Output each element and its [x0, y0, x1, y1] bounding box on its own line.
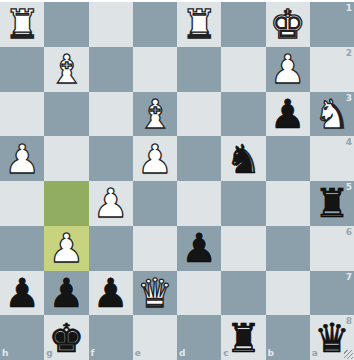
rank-label-8: 8 — [346, 317, 352, 326]
square-b5[interactable] — [266, 181, 310, 226]
square-a2[interactable]: 2 — [310, 47, 354, 92]
square-b7[interactable] — [266, 271, 310, 316]
square-d7[interactable] — [177, 271, 221, 316]
file-label-c: c — [223, 349, 228, 358]
rank-label-1: 1 — [346, 4, 352, 13]
rank-label-3: 3 — [346, 94, 352, 103]
rank-label-2: 2 — [346, 49, 352, 58]
file-label-a: a — [312, 349, 318, 358]
square-c4[interactable]: ♞ — [221, 136, 265, 181]
square-g5[interactable] — [44, 181, 88, 226]
white-queen-piece[interactable]: ♛ — [137, 273, 173, 313]
square-g2[interactable]: ♝ — [44, 47, 88, 92]
white-pawn-piece[interactable]: ♟ — [137, 139, 173, 179]
square-b4[interactable] — [266, 136, 310, 181]
white-bishop-piece[interactable]: ♝ — [48, 49, 84, 89]
square-e3[interactable]: ♝ — [133, 92, 177, 137]
file-label-b: b — [268, 349, 274, 358]
white-pawn-piece[interactable]: ♟ — [48, 228, 84, 268]
square-h5[interactable] — [0, 181, 44, 226]
square-g6[interactable]: ♟ — [44, 226, 88, 271]
square-g1[interactable] — [44, 2, 88, 47]
square-d2[interactable] — [177, 47, 221, 92]
square-a6[interactable]: 6 — [310, 226, 354, 271]
black-pawn-piece[interactable]: ♟ — [181, 228, 217, 268]
square-c7[interactable] — [221, 271, 265, 316]
square-d5[interactable] — [177, 181, 221, 226]
square-h3[interactable] — [0, 92, 44, 137]
black-rook-piece[interactable]: ♜ — [225, 318, 261, 358]
square-e4[interactable]: ♟ — [133, 136, 177, 181]
resize-handle-icon[interactable] — [344, 350, 353, 359]
square-b6[interactable] — [266, 226, 310, 271]
white-pawn-piece[interactable]: ♟ — [4, 139, 40, 179]
white-king-piece[interactable]: ♚ — [270, 4, 306, 44]
square-d4[interactable] — [177, 136, 221, 181]
file-label-e: e — [135, 349, 141, 358]
square-g8[interactable]: ♚g — [44, 315, 88, 360]
square-a3[interactable]: ♞3 — [310, 92, 354, 137]
square-c8[interactable]: ♜c — [221, 315, 265, 360]
rank-label-7: 7 — [346, 273, 352, 282]
black-pawn-piece[interactable]: ♟ — [93, 273, 129, 313]
square-f5[interactable]: ♟ — [89, 181, 133, 226]
square-c6[interactable] — [221, 226, 265, 271]
square-c1[interactable] — [221, 2, 265, 47]
square-a1[interactable]: 1 — [310, 2, 354, 47]
file-label-g: g — [46, 349, 52, 358]
square-d3[interactable] — [177, 92, 221, 137]
square-e1[interactable] — [133, 2, 177, 47]
square-b1[interactable]: ♚ — [266, 2, 310, 47]
black-pawn-piece[interactable]: ♟ — [48, 273, 84, 313]
rank-label-6: 6 — [346, 228, 352, 237]
square-d6[interactable]: ♟ — [177, 226, 221, 271]
white-pawn-piece[interactable]: ♟ — [270, 49, 306, 89]
square-e6[interactable] — [133, 226, 177, 271]
square-c2[interactable] — [221, 47, 265, 92]
black-knight-piece[interactable]: ♞ — [225, 139, 261, 179]
file-label-d: d — [179, 349, 185, 358]
white-knight-piece[interactable]: ♞ — [314, 94, 350, 134]
square-b3[interactable]: ♟ — [266, 92, 310, 137]
square-d1[interactable]: ♜ — [177, 2, 221, 47]
square-f1[interactable] — [89, 2, 133, 47]
square-f6[interactable] — [89, 226, 133, 271]
square-g4[interactable] — [44, 136, 88, 181]
rank-label-4: 4 — [346, 138, 352, 147]
square-f2[interactable] — [89, 47, 133, 92]
square-c5[interactable] — [221, 181, 265, 226]
square-c3[interactable] — [221, 92, 265, 137]
square-e2[interactable] — [133, 47, 177, 92]
file-label-f: f — [91, 349, 95, 358]
square-h7[interactable]: ♟ — [0, 271, 44, 316]
square-a7[interactable]: 7 — [310, 271, 354, 316]
rank-label-5: 5 — [346, 183, 352, 192]
black-pawn-piece[interactable]: ♟ — [4, 273, 40, 313]
square-f3[interactable] — [89, 92, 133, 137]
chess-board-widget: ♜♜♚1♝♟2♝♟♞3♟♟♞4♟♜5♟♟6♟♟♟♛7h♚gfed♜cb♛a8 — [0, 0, 354, 360]
square-g3[interactable] — [44, 92, 88, 137]
square-f7[interactable]: ♟ — [89, 271, 133, 316]
square-g7[interactable]: ♟ — [44, 271, 88, 316]
black-pawn-piece[interactable]: ♟ — [270, 94, 306, 134]
square-e5[interactable] — [133, 181, 177, 226]
square-h2[interactable] — [0, 47, 44, 92]
white-rook-piece[interactable]: ♜ — [4, 4, 40, 44]
square-e8[interactable]: e — [133, 315, 177, 360]
square-a4[interactable]: 4 — [310, 136, 354, 181]
file-label-h: h — [2, 349, 8, 358]
square-f8[interactable]: f — [89, 315, 133, 360]
square-b2[interactable]: ♟ — [266, 47, 310, 92]
square-h4[interactable]: ♟ — [0, 136, 44, 181]
square-e7[interactable]: ♛ — [133, 271, 177, 316]
white-bishop-piece[interactable]: ♝ — [137, 94, 173, 134]
square-a5[interactable]: ♜5 — [310, 181, 354, 226]
square-b8[interactable]: b — [266, 315, 310, 360]
white-rook-piece[interactable]: ♜ — [181, 4, 217, 44]
chess-board: ♜♜♚1♝♟2♝♟♞3♟♟♞4♟♜5♟♟6♟♟♟♛7h♚gfed♜cb♛a8 — [0, 2, 354, 360]
square-h1[interactable]: ♜ — [0, 2, 44, 47]
square-f4[interactable] — [89, 136, 133, 181]
white-pawn-piece[interactable]: ♟ — [93, 183, 129, 223]
square-d8[interactable]: d — [177, 315, 221, 360]
black-rook-piece[interactable]: ♜ — [314, 183, 350, 223]
square-h8[interactable]: h — [0, 315, 44, 360]
black-king-piece[interactable]: ♚ — [48, 318, 84, 358]
square-h6[interactable] — [0, 226, 44, 271]
